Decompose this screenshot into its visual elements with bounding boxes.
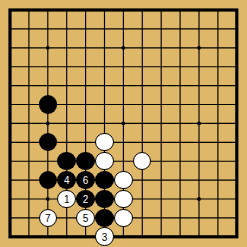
intersection: [189, 76, 208, 95]
move-6-stone-black: 6: [76, 171, 94, 189]
intersection: [133, 227, 152, 246]
intersection: [1, 189, 20, 208]
intersection: [1, 114, 20, 133]
intersection: [38, 171, 57, 190]
intersection: [57, 208, 76, 227]
intersection: [152, 189, 171, 208]
black-stone: [39, 171, 57, 189]
intersection: [57, 227, 76, 246]
intersection: [208, 227, 227, 246]
intersection: 1: [57, 189, 76, 208]
move-7-stone-white: 7: [39, 209, 57, 227]
move-number: 4: [64, 176, 70, 186]
intersection: [1, 1, 20, 20]
intersection: [95, 189, 114, 208]
intersection: [208, 76, 227, 95]
intersection: [76, 76, 95, 95]
intersection: [171, 114, 190, 133]
intersection: [114, 171, 133, 190]
intersection: [38, 227, 57, 246]
intersection: [189, 227, 208, 246]
intersection: 4: [57, 171, 76, 190]
intersection: [208, 95, 227, 114]
intersection: 2: [76, 189, 95, 208]
intersection: [95, 19, 114, 38]
intersection: [227, 76, 246, 95]
move-number: 6: [83, 176, 89, 186]
intersection: [76, 227, 95, 246]
intersection: [171, 38, 190, 57]
intersection: [38, 1, 57, 20]
intersection: [133, 171, 152, 190]
intersection: [133, 152, 152, 171]
intersection: 5: [76, 208, 95, 227]
intersection: [114, 95, 133, 114]
intersection: [114, 38, 133, 57]
move-number: 3: [102, 232, 108, 242]
intersection: [133, 38, 152, 57]
intersection: [1, 152, 20, 171]
intersection: [57, 95, 76, 114]
intersection: 6: [76, 171, 95, 190]
intersection: [133, 76, 152, 95]
move-number: 7: [45, 213, 51, 223]
intersection: [189, 152, 208, 171]
intersection: [171, 1, 190, 20]
intersection: [133, 133, 152, 152]
black-stone: [95, 209, 113, 227]
intersection: [171, 227, 190, 246]
move-1-stone-white: 1: [57, 190, 75, 208]
intersection: [57, 19, 76, 38]
intersection: [227, 152, 246, 171]
intersection: [38, 19, 57, 38]
intersection: [114, 57, 133, 76]
intersection: [19, 1, 38, 20]
intersection: [19, 38, 38, 57]
intersection: [38, 76, 57, 95]
intersection: [1, 76, 20, 95]
intersection: [227, 19, 246, 38]
intersection: 7: [38, 208, 57, 227]
intersection: [189, 208, 208, 227]
intersection: [1, 57, 20, 76]
intersection: [152, 133, 171, 152]
intersection: [76, 152, 95, 171]
intersection: [133, 189, 152, 208]
black-stone: [76, 152, 94, 170]
white-stone: [114, 171, 132, 189]
intersection: [227, 1, 246, 20]
intersection: [152, 38, 171, 57]
intersection: [133, 114, 152, 133]
intersection: [114, 133, 133, 152]
intersection: [227, 227, 246, 246]
white-stone: [133, 152, 151, 170]
intersection: [133, 208, 152, 227]
intersection: [189, 38, 208, 57]
intersection: [114, 76, 133, 95]
intersection: [208, 133, 227, 152]
intersection: [95, 152, 114, 171]
intersection: [208, 171, 227, 190]
intersection: [152, 1, 171, 20]
intersection: [1, 227, 20, 246]
intersection: [38, 189, 57, 208]
intersection: [1, 38, 20, 57]
intersection: [76, 57, 95, 76]
intersection: [76, 1, 95, 20]
intersection: [76, 114, 95, 133]
intersection: 3: [95, 227, 114, 246]
intersection: [19, 227, 38, 246]
intersection: [208, 189, 227, 208]
intersection: [95, 57, 114, 76]
intersection: [114, 1, 133, 20]
intersection: [19, 171, 38, 190]
white-stone: [114, 190, 132, 208]
intersection: [133, 57, 152, 76]
intersection: [208, 208, 227, 227]
intersection: [133, 95, 152, 114]
intersection: [171, 19, 190, 38]
intersection: [38, 57, 57, 76]
intersection: [189, 114, 208, 133]
intersection: [1, 208, 20, 227]
intersection: [152, 152, 171, 171]
intersection: [19, 114, 38, 133]
intersection: [76, 133, 95, 152]
intersection: [114, 227, 133, 246]
intersection: [95, 95, 114, 114]
intersection: [38, 133, 57, 152]
white-stone: [114, 209, 132, 227]
intersection: [171, 208, 190, 227]
intersection: [76, 95, 95, 114]
intersection: [114, 208, 133, 227]
intersection: [189, 1, 208, 20]
intersection: [57, 38, 76, 57]
intersection: [152, 114, 171, 133]
intersection: [95, 208, 114, 227]
intersection: [208, 114, 227, 133]
move-number: 2: [83, 194, 89, 204]
intersection: [189, 57, 208, 76]
intersection: [19, 76, 38, 95]
intersection: [1, 95, 20, 114]
intersection: [227, 133, 246, 152]
intersection: [152, 19, 171, 38]
intersection: [189, 19, 208, 38]
intersection: [57, 76, 76, 95]
intersection: [227, 57, 246, 76]
white-stone: [95, 152, 113, 170]
intersection: [208, 19, 227, 38]
intersection: [208, 38, 227, 57]
intersection: [38, 95, 57, 114]
intersection: [57, 1, 76, 20]
intersection: [227, 189, 246, 208]
intersection: [95, 114, 114, 133]
move-2-stone-black: 2: [76, 190, 94, 208]
intersection: [95, 133, 114, 152]
intersection: [152, 76, 171, 95]
move-3-stone-white: 3: [95, 227, 113, 245]
intersection: [171, 57, 190, 76]
intersection: [95, 171, 114, 190]
intersection: [189, 95, 208, 114]
intersection: [38, 38, 57, 57]
intersection: [38, 152, 57, 171]
intersection: [19, 133, 38, 152]
intersection: [171, 171, 190, 190]
intersection: [114, 114, 133, 133]
intersection: [57, 114, 76, 133]
intersection: [227, 95, 246, 114]
intersection: [171, 152, 190, 171]
intersection: [19, 189, 38, 208]
move-5-stone-white: 5: [76, 209, 94, 227]
intersection: [152, 208, 171, 227]
intersection: [133, 19, 152, 38]
intersection: [208, 57, 227, 76]
go-board-diagram: 4612753: [0, 0, 247, 247]
black-stone: [95, 171, 113, 189]
intersection: [171, 133, 190, 152]
move-number: 1: [64, 194, 70, 204]
intersection: [227, 38, 246, 57]
intersection: [114, 19, 133, 38]
intersection: [189, 133, 208, 152]
intersection: [171, 189, 190, 208]
intersection: [114, 152, 133, 171]
intersection: [19, 19, 38, 38]
intersection: [152, 171, 171, 190]
intersection: [152, 227, 171, 246]
intersection: [95, 1, 114, 20]
intersection: [189, 189, 208, 208]
black-stone: [57, 152, 75, 170]
intersection: [208, 152, 227, 171]
intersection: [95, 38, 114, 57]
intersection: [171, 95, 190, 114]
black-stone: [95, 190, 113, 208]
intersection: [152, 57, 171, 76]
intersection: [1, 19, 20, 38]
intersection: [189, 171, 208, 190]
intersection: [133, 1, 152, 20]
black-stone: [39, 95, 57, 113]
intersection: [1, 133, 20, 152]
intersection: [114, 189, 133, 208]
move-4-stone-black: 4: [57, 171, 75, 189]
intersection: [19, 208, 38, 227]
intersection: [19, 95, 38, 114]
intersection: [19, 152, 38, 171]
intersection: [19, 57, 38, 76]
intersection: [1, 171, 20, 190]
intersection: [95, 76, 114, 95]
intersection: [171, 76, 190, 95]
intersection: [57, 152, 76, 171]
intersection: [227, 114, 246, 133]
intersection: [57, 57, 76, 76]
intersection: [227, 208, 246, 227]
intersection: [227, 171, 246, 190]
intersection: [76, 19, 95, 38]
intersection: [76, 38, 95, 57]
black-stone: [39, 133, 57, 151]
board-grid: 4612753: [1, 1, 247, 247]
move-number: 5: [83, 213, 89, 223]
intersection: [152, 95, 171, 114]
intersection: [38, 114, 57, 133]
white-stone: [95, 133, 113, 151]
intersection: [57, 133, 76, 152]
intersection: [208, 1, 227, 20]
